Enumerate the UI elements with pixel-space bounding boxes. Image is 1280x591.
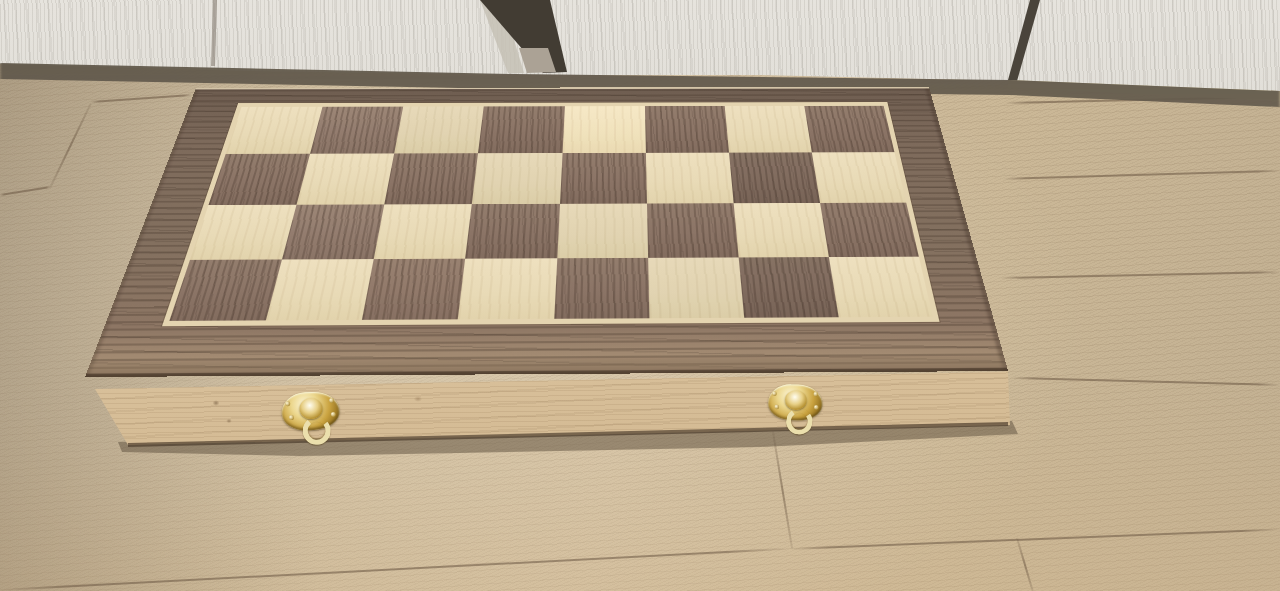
board-square bbox=[458, 258, 557, 319]
board-square bbox=[472, 153, 562, 204]
board-square bbox=[812, 152, 906, 202]
brass-clasp-left bbox=[281, 390, 344, 445]
board-square bbox=[562, 106, 645, 153]
board-square bbox=[374, 204, 472, 260]
board-square bbox=[209, 153, 311, 204]
board-square bbox=[648, 258, 744, 319]
board-square bbox=[266, 259, 374, 320]
brass-clasp-right bbox=[767, 384, 825, 435]
board-square bbox=[478, 106, 564, 153]
board-square bbox=[729, 152, 820, 203]
board-square bbox=[310, 107, 403, 154]
board-square bbox=[646, 152, 734, 203]
board-square bbox=[829, 257, 933, 317]
board-square bbox=[465, 203, 559, 259]
board-square bbox=[297, 153, 395, 204]
board-square bbox=[738, 257, 838, 317]
board-square bbox=[226, 107, 323, 154]
board-square bbox=[385, 153, 479, 204]
board-square bbox=[169, 260, 282, 321]
board-square bbox=[394, 106, 484, 153]
board-square bbox=[733, 202, 828, 257]
chess-box-lid bbox=[85, 87, 1008, 377]
board-maple-inlay-border bbox=[162, 102, 940, 326]
board-square bbox=[647, 203, 739, 258]
board-square bbox=[724, 106, 811, 153]
board-square bbox=[820, 202, 919, 257]
board-square bbox=[282, 204, 385, 260]
board-square bbox=[554, 258, 649, 319]
board-square bbox=[645, 106, 729, 153]
clasp-screw bbox=[814, 405, 819, 410]
board-square bbox=[560, 153, 647, 204]
board-grid bbox=[169, 106, 932, 321]
board-square bbox=[804, 106, 894, 152]
board-square bbox=[190, 204, 297, 260]
photo-scene bbox=[0, 0, 1280, 591]
board-square bbox=[557, 203, 648, 258]
board-square bbox=[362, 259, 465, 320]
